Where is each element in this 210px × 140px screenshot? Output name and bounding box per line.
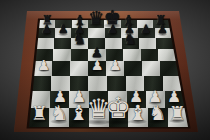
square-d7[interactable] (88, 28, 105, 38)
square-g4[interactable] (142, 61, 160, 75)
board-row-rank-4 (34, 61, 178, 75)
white-rook-a1[interactable]: ♜ (31, 104, 48, 123)
square-e6[interactable] (105, 38, 122, 49)
square-h5[interactable] (158, 49, 176, 62)
black-pawn-h7[interactable]: ♟ (157, 24, 167, 36)
square-g6[interactable] (139, 38, 156, 49)
square-e3[interactable] (107, 76, 126, 92)
square-a3[interactable] (33, 76, 52, 92)
square-d3[interactable] (88, 76, 107, 92)
square-b4[interactable] (52, 61, 70, 75)
black-pawn-b7[interactable]: ♟ (58, 24, 68, 36)
white-knight-b1[interactable]: ♞ (50, 103, 68, 123)
white-bishop-f1[interactable]: ♝ (128, 102, 147, 123)
white-king-e1[interactable]: ♚ (105, 94, 131, 123)
square-g5[interactable] (141, 49, 159, 62)
square-h4[interactable] (160, 61, 178, 75)
black-pawn-g7[interactable]: ♟ (141, 24, 151, 36)
white-pawn-e4[interactable]: ♟ (109, 59, 121, 73)
chess-app-screen: ♜♝♛♚♝♜♟♟♟♟♟♟♟♞♞♟♟♟♟♟♟♟♟♟♜♞♝♛♚♝♞♜ (0, 0, 210, 140)
white-rook-h1[interactable]: ♜ (169, 104, 186, 123)
black-pawn-a7[interactable]: ♟ (41, 24, 51, 36)
board-row-rank-6 (37, 38, 173, 49)
white-pawn-d4[interactable]: ♟ (91, 59, 103, 73)
square-h6[interactable] (156, 38, 173, 49)
square-f5[interactable] (123, 49, 141, 62)
square-b6[interactable] (54, 38, 71, 49)
white-knight-g1[interactable]: ♞ (148, 103, 166, 123)
square-b5[interactable] (53, 49, 71, 62)
black-knight-c6[interactable]: ♞ (73, 32, 86, 47)
black-pawn-e7[interactable]: ♟ (108, 24, 118, 36)
board-row-rank-5 (36, 49, 176, 62)
white-pawn-a4[interactable]: ♟ (37, 59, 49, 73)
black-queen-d8[interactable]: ♛ (88, 9, 104, 27)
square-c5[interactable] (71, 49, 89, 62)
square-f4[interactable] (124, 61, 142, 75)
black-knight-f6[interactable]: ♞ (124, 32, 137, 47)
square-c4[interactable] (70, 61, 88, 75)
square-a6[interactable] (37, 38, 54, 49)
